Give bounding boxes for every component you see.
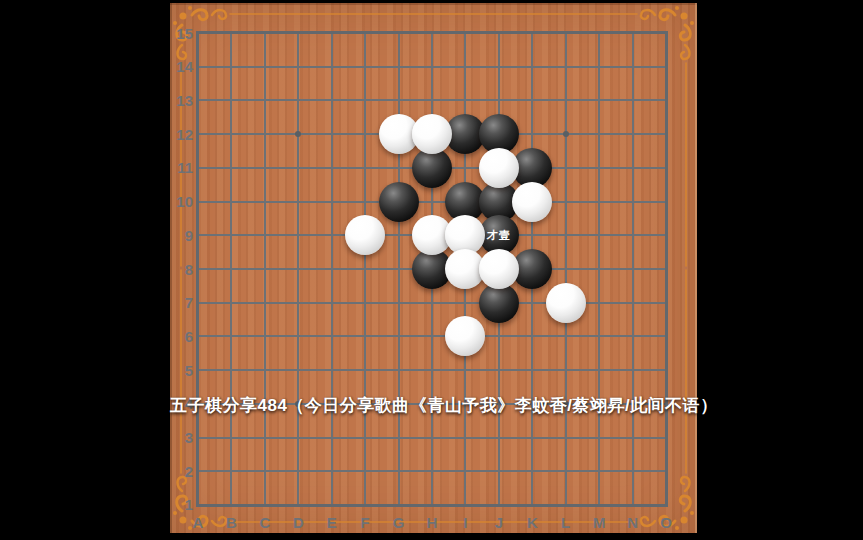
row-label: 11	[170, 159, 193, 176]
row-label: 13	[170, 92, 193, 109]
column-label: G	[388, 514, 410, 531]
gomoku-board[interactable]: 151413121110987654321ABCDEFGHIJKLMNO 才壹 …	[170, 3, 697, 533]
white-stone	[412, 114, 452, 154]
white-stone	[479, 148, 519, 188]
row-label: 15	[170, 25, 193, 42]
column-label: L	[555, 514, 577, 531]
column-label: E	[321, 514, 343, 531]
row-label: 10	[170, 193, 193, 210]
row-label: 5	[170, 362, 193, 379]
column-label: F	[354, 514, 376, 531]
column-label: H	[421, 514, 443, 531]
column-label: B	[220, 514, 242, 531]
column-label: N	[622, 514, 644, 531]
row-label: 6	[170, 328, 193, 345]
white-stone	[479, 249, 519, 289]
column-label: A	[187, 514, 209, 531]
column-label: J	[488, 514, 510, 531]
row-label: 7	[170, 294, 193, 311]
app-stage: 151413121110987654321ABCDEFGHIJKLMNO 才壹 …	[0, 0, 863, 540]
column-label: C	[254, 514, 276, 531]
marked-stone-label: 才壹	[487, 228, 511, 243]
column-label: K	[521, 514, 543, 531]
row-label: 14	[170, 58, 193, 75]
row-label: 3	[170, 429, 193, 446]
row-label: 8	[170, 261, 193, 278]
star-point	[563, 131, 569, 137]
column-label: I	[454, 514, 476, 531]
caption-text: 五子棋分享484（今日分享歌曲《青山予我》李蚊香/蔡翊昇/此间不语）	[170, 394, 697, 417]
column-label: O	[655, 514, 677, 531]
row-label: 1	[170, 496, 193, 513]
row-label: 12	[170, 126, 193, 143]
row-label: 2	[170, 463, 193, 480]
black-stone	[379, 182, 419, 222]
white-stone	[546, 283, 586, 323]
row-label: 9	[170, 227, 193, 244]
white-stone	[512, 182, 552, 222]
column-label: D	[287, 514, 309, 531]
column-label: M	[588, 514, 610, 531]
